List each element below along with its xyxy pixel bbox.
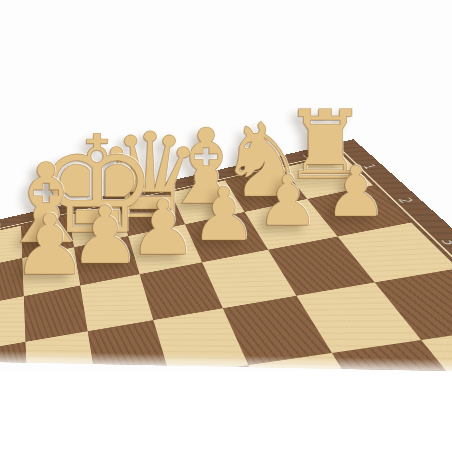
background-white [0,371,452,452]
chessboard-photo: abcdefgh 12345678 ♝ ♚ ♛ ♝ ♞ ♜ ♟ ♟ ♟ ♟ ♟ … [0,0,452,452]
piece-white-pawn-f2[interactable]: ♟ [191,177,257,251]
piece-white-pawn-c2[interactable]: ♟ [12,203,87,287]
piece-white-pawn-g2[interactable]: ♟ [257,166,320,236]
piece-white-pawn-h2[interactable]: ♟ [325,157,388,227]
